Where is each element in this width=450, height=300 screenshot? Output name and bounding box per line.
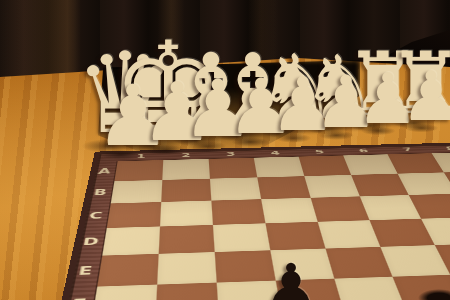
file-label-c: C <box>80 203 111 228</box>
white-pawn-8[interactable]: ♟ <box>401 63 450 131</box>
square-c1[interactable] <box>107 202 161 228</box>
file-label-e: E <box>67 256 102 288</box>
square-a4[interactable] <box>254 157 305 178</box>
square-d4[interactable] <box>265 222 325 251</box>
black-piece-partial-bottom[interactable]: ♟ <box>263 256 319 300</box>
square-b2[interactable] <box>161 179 211 202</box>
square-e2[interactable] <box>157 252 216 285</box>
square-a5[interactable] <box>299 155 352 176</box>
square-d3[interactable] <box>213 223 270 252</box>
square-f1[interactable] <box>92 285 158 300</box>
square-c4[interactable] <box>261 198 318 224</box>
file-label-d: D <box>74 228 107 256</box>
chess-scene: A1B2C3D4E5F6G7H8 ♛♚♝♝♞♞♜♜♟♟♟♟♟♟♟♟♟ <box>0 0 450 300</box>
square-a3[interactable] <box>209 158 258 179</box>
rank-label-6: 6 <box>340 145 388 155</box>
square-b1[interactable] <box>111 180 163 203</box>
square-f2[interactable] <box>155 283 218 300</box>
square-c2[interactable] <box>160 201 213 227</box>
file-label-b: B <box>85 181 114 204</box>
square-d2[interactable] <box>159 225 215 254</box>
square-e1[interactable] <box>97 254 158 287</box>
square-b4[interactable] <box>257 176 310 199</box>
square-d1[interactable] <box>102 226 160 255</box>
rank-label-7: 7 <box>383 144 432 154</box>
square-c3[interactable] <box>211 199 265 225</box>
rank-label-5: 5 <box>296 146 343 156</box>
chess-board: A1B2C3D4E5F6G7H8 <box>30 142 450 300</box>
square-b3[interactable] <box>210 177 261 200</box>
